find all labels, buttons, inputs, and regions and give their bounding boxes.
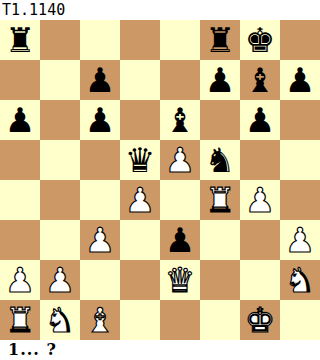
black-pawn-piece[interactable]: ♟: [80, 60, 120, 100]
square-d6[interactable]: [120, 100, 160, 140]
square-g8[interactable]: ♚: [240, 20, 280, 60]
black-pawn-piece[interactable]: ♟: [0, 100, 40, 140]
square-c3[interactable]: ♟: [80, 220, 120, 260]
square-f8[interactable]: ♜: [200, 20, 240, 60]
white-king-piece[interactable]: ♚: [240, 300, 280, 340]
white-pawn-piece[interactable]: ♟: [120, 180, 160, 220]
square-e2[interactable]: ♛: [160, 260, 200, 300]
black-rook-piece[interactable]: ♜: [200, 20, 240, 60]
black-bishop-piece[interactable]: ♝: [240, 60, 280, 100]
square-d8[interactable]: [120, 20, 160, 60]
white-knight-piece[interactable]: ♞: [280, 260, 320, 300]
square-b1[interactable]: ♞: [40, 300, 80, 340]
square-a7[interactable]: [0, 60, 40, 100]
square-a6[interactable]: ♟: [0, 100, 40, 140]
square-e6[interactable]: ♝: [160, 100, 200, 140]
chess-board: ♜♜♚♟♟♝♟♟♟♝♟♛♟♞♟♜♟♟♟♟♟♟♛♞♜♞♝♚: [0, 20, 320, 340]
white-pawn-piece[interactable]: ♟: [280, 220, 320, 260]
square-d1[interactable]: [120, 300, 160, 340]
square-g4[interactable]: ♟: [240, 180, 280, 220]
square-b5[interactable]: [40, 140, 80, 180]
square-f3[interactable]: [200, 220, 240, 260]
square-c2[interactable]: [80, 260, 120, 300]
square-a8[interactable]: ♜: [0, 20, 40, 60]
square-b3[interactable]: [40, 220, 80, 260]
square-h5[interactable]: [280, 140, 320, 180]
square-a2[interactable]: ♟: [0, 260, 40, 300]
square-g5[interactable]: [240, 140, 280, 180]
square-d2[interactable]: [120, 260, 160, 300]
black-pawn-piece[interactable]: ♟: [240, 100, 280, 140]
black-pawn-piece[interactable]: ♟: [280, 60, 320, 100]
square-a3[interactable]: [0, 220, 40, 260]
square-g3[interactable]: [240, 220, 280, 260]
move-prompt: 1... ?: [0, 340, 57, 360]
white-pawn-piece[interactable]: ♟: [160, 140, 200, 180]
square-b6[interactable]: [40, 100, 80, 140]
square-f5[interactable]: ♞: [200, 140, 240, 180]
white-rook-piece[interactable]: ♜: [0, 300, 40, 340]
square-h7[interactable]: ♟: [280, 60, 320, 100]
square-g2[interactable]: [240, 260, 280, 300]
square-c8[interactable]: [80, 20, 120, 60]
black-king-piece[interactable]: ♚: [240, 20, 280, 60]
white-pawn-piece[interactable]: ♟: [40, 260, 80, 300]
square-e8[interactable]: [160, 20, 200, 60]
white-bishop-piece[interactable]: ♝: [80, 300, 120, 340]
black-pawn-piece[interactable]: ♟: [80, 100, 120, 140]
square-a4[interactable]: [0, 180, 40, 220]
black-queen-piece[interactable]: ♛: [120, 140, 160, 180]
square-d4[interactable]: ♟: [120, 180, 160, 220]
white-pawn-piece[interactable]: ♟: [0, 260, 40, 300]
black-pawn-piece[interactable]: ♟: [160, 220, 200, 260]
square-e7[interactable]: [160, 60, 200, 100]
square-b8[interactable]: [40, 20, 80, 60]
square-b2[interactable]: ♟: [40, 260, 80, 300]
square-d5[interactable]: ♛: [120, 140, 160, 180]
square-g6[interactable]: ♟: [240, 100, 280, 140]
white-pawn-piece[interactable]: ♟: [240, 180, 280, 220]
square-e1[interactable]: [160, 300, 200, 340]
black-pawn-piece[interactable]: ♟: [200, 60, 240, 100]
square-c4[interactable]: [80, 180, 120, 220]
square-c7[interactable]: ♟: [80, 60, 120, 100]
black-rook-piece[interactable]: ♜: [0, 20, 40, 60]
square-e3[interactable]: ♟: [160, 220, 200, 260]
square-h1[interactable]: [280, 300, 320, 340]
square-g7[interactable]: ♝: [240, 60, 280, 100]
square-c5[interactable]: [80, 140, 120, 180]
puzzle-title: T1.1140: [0, 0, 65, 20]
black-knight-piece[interactable]: ♞: [200, 140, 240, 180]
square-h8[interactable]: [280, 20, 320, 60]
square-b4[interactable]: [40, 180, 80, 220]
square-c1[interactable]: ♝: [80, 300, 120, 340]
black-bishop-piece[interactable]: ♝: [160, 100, 200, 140]
square-d7[interactable]: [120, 60, 160, 100]
caption-bar: 1... ?: [0, 340, 320, 360]
square-c6[interactable]: ♟: [80, 100, 120, 140]
square-f7[interactable]: ♟: [200, 60, 240, 100]
white-knight-piece[interactable]: ♞: [40, 300, 80, 340]
white-rook-piece[interactable]: ♜: [200, 180, 240, 220]
square-a1[interactable]: ♜: [0, 300, 40, 340]
square-b7[interactable]: [40, 60, 80, 100]
square-g1[interactable]: ♚: [240, 300, 280, 340]
square-f2[interactable]: [200, 260, 240, 300]
square-f6[interactable]: [200, 100, 240, 140]
square-e5[interactable]: ♟: [160, 140, 200, 180]
square-d3[interactable]: [120, 220, 160, 260]
square-e4[interactable]: [160, 180, 200, 220]
square-h6[interactable]: [280, 100, 320, 140]
square-h4[interactable]: [280, 180, 320, 220]
square-a5[interactable]: [0, 140, 40, 180]
white-queen-piece[interactable]: ♛: [160, 260, 200, 300]
title-bar: T1.1140: [0, 0, 320, 20]
square-h3[interactable]: ♟: [280, 220, 320, 260]
square-f1[interactable]: [200, 300, 240, 340]
square-h2[interactable]: ♞: [280, 260, 320, 300]
white-pawn-piece[interactable]: ♟: [80, 220, 120, 260]
square-f4[interactable]: ♜: [200, 180, 240, 220]
